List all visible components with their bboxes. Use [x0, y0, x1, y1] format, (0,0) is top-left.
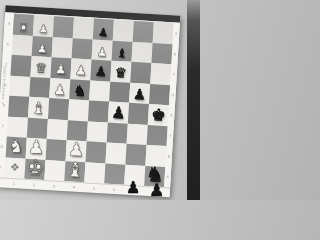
square-h3[interactable]	[44, 159, 65, 181]
captured-black-pawn[interactable]: ♟	[149, 182, 164, 199]
white-queen-c2[interactable]: ♛	[31, 61, 52, 76]
black-knight-d4[interactable]: ♞	[69, 83, 90, 99]
square-h5[interactable]	[84, 162, 105, 184]
square-a6[interactable]	[113, 20, 134, 42]
square-h6[interactable]	[104, 163, 125, 185]
white-pawn-b5[interactable]: ♟	[92, 46, 113, 59]
black-pawn-a5[interactable]: ♟	[93, 26, 114, 38]
black-pawn-e6[interactable]: ♟	[108, 104, 129, 121]
square-f8[interactable]	[147, 124, 168, 146]
coord-label-g: g	[165, 146, 172, 167]
white-king-h2[interactable]: ♚	[24, 156, 45, 178]
square-a3[interactable]	[53, 16, 74, 38]
square-b1[interactable]	[12, 34, 33, 56]
square-g6[interactable]	[105, 143, 126, 165]
coord-label-e: e	[168, 105, 175, 126]
square-a8[interactable]	[153, 22, 174, 44]
square-g5[interactable]	[85, 141, 106, 163]
coord-label-f: f	[167, 126, 174, 147]
white-pawn-a2[interactable]: ♟	[33, 22, 54, 34]
white-rook-a1[interactable]: ♜	[13, 21, 34, 33]
coord-label-6: 6	[104, 184, 124, 194]
black-pawn-d7[interactable]: ♟	[129, 86, 150, 102]
captured-black-pawn[interactable]: ♟	[126, 180, 140, 196]
square-h1[interactable]: ❖	[4, 157, 25, 179]
square-d8[interactable]	[149, 84, 170, 106]
white-bishop-h4[interactable]: ♝	[64, 159, 85, 181]
coord-label-a: a	[173, 23, 180, 44]
coord-label-d: d	[169, 85, 176, 106]
white-pawn-c3[interactable]: ♟	[51, 62, 72, 77]
square-e4[interactable]	[68, 99, 89, 121]
table-edge-shadow	[187, 0, 200, 200]
square-f3[interactable]	[47, 119, 68, 141]
coord-label-b: b	[171, 44, 178, 65]
square-f5[interactable]	[87, 121, 108, 143]
square-a4[interactable]	[73, 17, 94, 39]
compass-arrows-logo: ❖	[4, 157, 25, 179]
square-b8[interactable]	[151, 43, 172, 65]
square-d6[interactable]	[109, 81, 130, 103]
white-pawn-c4[interactable]: ♟	[70, 63, 91, 78]
square-a7[interactable]	[133, 21, 154, 43]
square-e5[interactable]	[88, 100, 109, 122]
square-e1[interactable]	[8, 96, 29, 118]
square-g7[interactable]	[125, 144, 146, 166]
chess-board: abcdefgh © WHOLESALE CHESS ❖ ♜♟♟♟♟♝♛♟♟♟♛…	[0, 5, 180, 196]
coord-label-h: h	[164, 167, 171, 188]
square-g3[interactable]	[46, 139, 67, 161]
square-d5[interactable]	[89, 80, 110, 102]
square-f7[interactable]	[127, 123, 148, 145]
square-f6[interactable]	[107, 122, 128, 144]
coord-label-2: 2	[24, 180, 44, 190]
coord-label-5: 5	[84, 183, 104, 193]
black-queen-c6[interactable]: ♛	[110, 66, 131, 81]
square-c7[interactable]	[130, 62, 151, 84]
square-d1[interactable]	[9, 75, 30, 97]
coord-label-c: c	[170, 64, 177, 85]
black-king-e8[interactable]: ♚	[148, 106, 169, 123]
white-pawn-b2[interactable]: ♟	[32, 42, 53, 55]
coord-label-4: 4	[64, 182, 84, 192]
black-pawn-c5[interactable]: ♟	[90, 64, 111, 79]
coord-label-3: 3	[44, 181, 64, 191]
square-c8[interactable]	[150, 63, 171, 85]
square-e7[interactable]	[128, 103, 149, 125]
white-bishop-e2[interactable]: ♝	[28, 99, 49, 116]
square-d2[interactable]	[29, 76, 50, 98]
square-b7[interactable]	[131, 41, 152, 63]
white-pawn-d3[interactable]: ♟	[49, 82, 70, 98]
square-c1[interactable]	[10, 55, 31, 77]
coord-label-1: 1	[4, 179, 24, 189]
black-bishop-b6[interactable]: ♝	[112, 47, 133, 60]
white-knight-g1[interactable]: ♞	[6, 137, 27, 157]
square-b4[interactable]	[72, 38, 93, 60]
square-b3[interactable]	[52, 37, 73, 59]
board-photo: abcdefgh © WHOLESALE CHESS ❖ ♜♟♟♟♟♝♛♟♟♟♛…	[0, 0, 200, 200]
square-e3[interactable]	[48, 98, 69, 120]
